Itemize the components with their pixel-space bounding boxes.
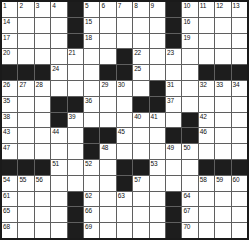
cell-r6c6[interactable] [84,81,99,96]
cell-r12c14[interactable]: 59 [215,176,230,191]
cell-r7c15[interactable] [232,97,247,112]
cell-r14c14[interactable] [215,207,230,222]
clue-number: 44 [52,128,59,136]
clue-number: 40 [134,113,141,121]
clue-number: 55 [19,176,26,184]
cell-r5c10[interactable] [150,65,165,80]
black-cell-r5c3 [35,65,50,80]
cell-r3c15[interactable] [232,34,247,49]
clue-number: 5 [85,2,88,10]
clue-number: 36 [85,97,92,105]
cell-r13c13[interactable] [199,192,214,207]
cell-r9c2[interactable] [18,128,33,143]
cell-r11c4[interactable]: 51 [51,160,66,175]
cell-r5c5[interactable] [68,65,83,80]
cell-r12c5[interactable] [68,176,83,191]
cell-r7c13[interactable] [199,97,214,112]
clue-number: 20 [3,49,10,57]
black-cell-r5c1 [2,65,17,80]
cell-r4c12[interactable] [182,49,197,64]
black-cell-r11c9 [133,160,148,175]
clue-number: 47 [3,144,10,152]
cell-r8c11[interactable] [166,113,181,128]
cell-r14c7[interactable] [100,207,115,222]
cell-r8c15[interactable] [232,113,247,128]
black-cell-r5c2 [18,65,33,80]
cell-r1c4[interactable]: 4 [51,2,66,17]
clue-number: 7 [118,2,121,10]
black-cell-r11c8 [117,160,132,175]
clue-number: 10 [183,2,190,10]
clue-number: 25 [134,65,141,73]
cell-r14c6[interactable]: 66 [84,207,99,222]
clue-number: 45 [118,128,125,136]
cell-r14c12[interactable]: 67 [182,207,197,222]
black-cell-r3c11 [166,34,181,49]
clue-number: 63 [118,192,125,200]
clue-number: 13 [233,2,240,10]
black-cell-r4c8 [117,49,132,64]
cell-r10c2[interactable] [18,144,33,159]
cell-r4c13[interactable] [199,49,214,64]
clue-number: 59 [216,176,223,184]
clue-number: 16 [183,18,190,26]
cell-r8c13[interactable]: 42 [199,113,214,128]
cell-r2c13[interactable] [199,18,214,33]
cell-r4c1[interactable]: 20 [2,49,17,64]
cell-r6c13[interactable]: 32 [199,81,214,96]
clue-number: 66 [85,207,92,215]
black-cell-r6c10 [150,81,165,96]
cell-r2c14[interactable] [215,18,230,33]
cell-r1c7[interactable]: 6 [100,2,115,17]
clue-number: 31 [167,81,174,89]
crossword-board: 1234567891011121314151617181920212223242… [0,0,249,240]
cell-r12c11[interactable] [166,176,181,191]
cell-r2c7[interactable] [100,18,115,33]
black-cell-r10c6 [84,144,99,159]
cell-r3c13[interactable] [199,34,214,49]
cell-r3c7[interactable] [100,34,115,49]
cell-r4c9[interactable]: 22 [133,49,148,64]
clue-number: 62 [85,192,92,200]
cell-r9c4[interactable]: 44 [51,128,66,143]
clue-number: 39 [69,113,76,121]
cell-r7c8[interactable] [117,97,132,112]
cell-r15c3[interactable] [35,223,50,238]
cell-r3c10[interactable] [150,34,165,49]
cell-r4c3[interactable] [35,49,50,64]
clue-number: 54 [3,176,10,184]
clue-number: 8 [134,2,137,10]
cell-r10c5[interactable] [68,144,83,159]
black-cell-r15c5 [68,223,83,238]
clue-number: 28 [36,81,43,89]
cell-r7c6[interactable]: 36 [84,97,99,112]
cell-r1c10[interactable]: 9 [150,2,165,17]
cell-r1c2[interactable]: 2 [18,2,33,17]
cell-r10c15[interactable] [232,144,247,159]
cell-r10c7[interactable]: 48 [100,144,115,159]
black-cell-r11c2 [18,160,33,175]
cell-r11c6[interactable]: 52 [84,160,99,175]
clue-number: 21 [69,49,76,57]
cell-r2c10[interactable] [150,18,165,33]
cell-r15c13[interactable] [199,223,214,238]
cell-r13c8[interactable]: 63 [117,192,132,207]
black-cell-r1c5 [68,2,83,17]
clue-number: 58 [200,176,207,184]
cell-r13c15[interactable] [232,192,247,207]
cell-r12c6[interactable] [84,176,99,191]
clue-number: 38 [3,113,10,121]
cell-r1c14[interactable]: 12 [215,2,230,17]
cell-r8c10[interactable]: 41 [150,113,165,128]
cell-r3c3[interactable] [35,34,50,49]
cell-r7c14[interactable] [215,97,230,112]
cell-r14c8[interactable] [117,207,132,222]
cell-r15c7[interactable] [100,223,115,238]
black-cell-r9c7 [100,128,115,143]
black-cell-r13c5 [68,192,83,207]
black-cell-r9c11 [166,128,181,143]
clue-number: 22 [134,49,141,57]
clue-number: 29 [101,81,108,89]
cell-r10c14[interactable] [215,144,230,159]
cell-r13c4[interactable] [51,192,66,207]
black-cell-r11c1 [2,160,17,175]
cell-r3c8[interactable] [117,34,132,49]
cell-r3c2[interactable] [18,34,33,49]
cell-r2c2[interactable] [18,18,33,33]
cell-r14c4[interactable] [51,207,66,222]
cell-r10c4[interactable] [51,144,66,159]
black-cell-r5c13 [199,65,214,80]
cell-r6c1[interactable]: 26 [2,81,17,96]
cell-r15c12[interactable]: 70 [182,223,197,238]
cell-r15c14[interactable] [215,223,230,238]
cell-r15c15[interactable] [232,223,247,238]
clue-number: 41 [151,113,158,121]
cell-r10c9[interactable] [133,144,148,159]
cell-r2c6[interactable]: 15 [84,18,99,33]
clue-number: 70 [183,223,190,231]
cell-r14c15[interactable] [232,207,247,222]
clue-number: 2 [19,2,22,10]
clue-number: 43 [3,128,10,136]
cell-r13c9[interactable] [133,192,148,207]
black-cell-r11c13 [199,160,214,175]
cell-r7c3[interactable] [35,97,50,112]
clue-number: 67 [183,207,190,215]
cell-r4c14[interactable] [215,49,230,64]
clue-number: 1 [3,2,6,10]
cell-r7c12[interactable] [182,97,197,112]
cell-r9c15[interactable] [232,128,247,143]
cell-r7c1[interactable]: 35 [2,97,17,112]
cell-r14c3[interactable] [35,207,50,222]
cell-r7c2[interactable] [18,97,33,112]
clue-number: 32 [200,81,207,89]
cell-r8c14[interactable] [215,113,230,128]
cell-r14c2[interactable] [18,207,33,222]
black-cell-r3c5 [68,34,83,49]
black-cell-r5c8 [117,65,132,80]
clue-number: 24 [52,65,59,73]
cell-r3c6[interactable]: 18 [84,34,99,49]
clue-number: 4 [52,2,55,10]
cell-r1c12[interactable]: 10 [182,2,197,17]
cell-r10c10[interactable] [150,144,165,159]
cell-r11c10[interactable]: 53 [150,160,165,175]
clue-number: 52 [85,160,92,168]
black-cell-r8c4 [51,113,66,128]
cell-r15c1[interactable]: 68 [2,223,17,238]
cell-r14c13[interactable] [199,207,214,222]
clue-number: 46 [200,128,207,136]
cell-r8c6[interactable] [84,113,99,128]
cell-r13c14[interactable] [215,192,230,207]
black-cell-r11c3 [35,160,50,175]
cell-r4c4[interactable] [51,49,66,64]
cell-r8c2[interactable] [18,113,33,128]
cell-r3c12[interactable]: 19 [182,34,197,49]
black-cell-r14c11 [166,207,181,222]
black-cell-r1c11 [166,2,181,17]
cell-r4c5[interactable]: 21 [68,49,83,64]
clue-number: 23 [167,49,174,57]
cell-r15c8[interactable] [117,223,132,238]
black-cell-r12c8 [117,176,132,191]
clue-number: 26 [3,81,10,89]
cell-r6c2[interactable]: 27 [18,81,33,96]
cell-r2c3[interactable] [35,18,50,33]
cell-r8c3[interactable] [35,113,50,128]
cell-r4c7[interactable] [100,49,115,64]
cell-r12c2[interactable]: 55 [18,176,33,191]
clue-number: 6 [101,2,104,10]
cell-r15c6[interactable]: 69 [84,223,99,238]
cell-r1c6[interactable]: 5 [84,2,99,17]
clue-number: 14 [3,18,10,26]
cell-r4c2[interactable] [18,49,33,64]
cell-r10c12[interactable]: 50 [182,144,197,159]
cell-r7c7[interactable] [100,97,115,112]
black-cell-r9c6 [84,128,99,143]
clue-number: 34 [233,81,240,89]
cell-r15c4[interactable] [51,223,66,238]
clue-number: 64 [183,192,190,200]
cell-r6c3[interactable]: 28 [35,81,50,96]
black-cell-r2c5 [68,18,83,33]
cell-r2c9[interactable] [133,18,148,33]
cell-r12c10[interactable] [150,176,165,191]
clue-number: 15 [85,18,92,26]
cell-r2c12[interactable]: 16 [182,18,197,33]
black-cell-r5c15 [232,65,247,80]
cell-r1c13[interactable]: 11 [199,2,214,17]
cell-r9c8[interactable]: 45 [117,128,132,143]
cell-r6c12[interactable] [182,81,197,96]
cell-r6c7[interactable]: 29 [100,81,115,96]
cell-r6c14[interactable]: 33 [215,81,230,96]
cell-r10c8[interactable] [117,144,132,159]
cell-r12c1[interactable]: 54 [2,176,17,191]
cell-r8c9[interactable]: 40 [133,113,148,128]
cell-r11c11[interactable] [166,160,181,175]
clue-number: 61 [3,192,10,200]
cell-r10c13[interactable] [199,144,214,159]
black-cell-r13c11 [166,192,181,207]
black-cell-r5c7 [100,65,115,80]
clue-number: 50 [183,144,190,152]
cell-r14c10[interactable] [150,207,165,222]
cell-r8c7[interactable] [100,113,115,128]
cell-r13c10[interactable] [150,192,165,207]
cell-r11c7[interactable] [100,160,115,175]
clue-number: 56 [36,176,43,184]
cell-r14c1[interactable]: 65 [2,207,17,222]
clue-number: 33 [216,81,223,89]
clue-number: 65 [3,207,10,215]
clue-number: 69 [85,223,92,231]
cell-r2c15[interactable] [232,18,247,33]
cell-r8c5[interactable]: 39 [68,113,83,128]
cell-r4c10[interactable] [150,49,165,64]
clue-number: 19 [183,34,190,42]
cell-r13c7[interactable] [100,192,115,207]
cell-r1c1[interactable]: 1 [2,2,17,17]
cell-r2c8[interactable] [117,18,132,33]
black-cell-r7c4 [51,97,66,112]
cell-r8c1[interactable]: 38 [2,113,17,128]
cell-r9c5[interactable] [68,128,83,143]
clue-number: 53 [151,160,158,168]
cell-r6c9[interactable] [133,81,148,96]
cell-r5c4[interactable]: 24 [51,65,66,80]
cell-r5c6[interactable] [84,65,99,80]
clue-number: 30 [118,81,125,89]
cell-r2c4[interactable] [51,18,66,33]
cell-r15c9[interactable] [133,223,148,238]
cell-r13c6[interactable]: 62 [84,192,99,207]
cell-r9c14[interactable] [215,128,230,143]
clue-number: 60 [233,176,240,184]
cell-r3c9[interactable] [133,34,148,49]
cell-r12c13[interactable]: 58 [199,176,214,191]
clue-number: 37 [167,97,174,105]
black-cell-r7c5 [68,97,83,112]
cell-r12c12[interactable] [182,176,197,191]
cell-r13c3[interactable] [35,192,50,207]
cell-r13c12[interactable]: 64 [182,192,197,207]
cell-r4c15[interactable] [232,49,247,64]
cell-r6c4[interactable] [51,81,66,96]
black-cell-r15c11 [166,223,181,238]
clue-number: 48 [101,144,108,152]
cell-r9c1[interactable]: 43 [2,128,17,143]
black-cell-r8c12 [182,113,197,128]
cell-r15c10[interactable] [150,223,165,238]
cell-r9c13[interactable]: 46 [199,128,214,143]
clue-number: 11 [200,2,206,10]
black-cell-r11c14 [215,160,230,175]
black-cell-r7c9 [133,97,148,112]
cell-r7c11[interactable]: 37 [166,97,181,112]
cell-r3c4[interactable] [51,34,66,49]
cell-r5c9[interactable]: 25 [133,65,148,80]
cell-r6c8[interactable]: 30 [117,81,132,96]
cell-r12c9[interactable]: 57 [133,176,148,191]
clue-number: 18 [85,34,92,42]
clue-number: 12 [216,2,223,10]
cell-r5c11[interactable] [166,65,181,80]
black-cell-r9c12 [182,128,197,143]
cell-r4c11[interactable]: 23 [166,49,181,64]
cell-r5c12[interactable] [182,65,197,80]
clue-number: 27 [19,81,26,89]
cell-r9c9[interactable] [133,128,148,143]
black-cell-r14c5 [68,207,83,222]
cell-r12c3[interactable]: 56 [35,176,50,191]
cell-r15c2[interactable] [18,223,33,238]
black-cell-r5c14 [215,65,230,80]
cell-r11c12[interactable] [182,160,197,175]
cell-r6c5[interactable] [68,81,83,96]
cell-r3c14[interactable] [215,34,230,49]
cell-r11c5[interactable] [68,160,83,175]
clue-number: 51 [52,160,59,168]
cell-r13c1[interactable]: 61 [2,192,17,207]
cell-r13c2[interactable] [18,192,33,207]
clue-number: 49 [167,144,174,152]
cell-r1c9[interactable]: 8 [133,2,148,17]
clue-number: 9 [151,2,154,10]
cell-r1c15[interactable]: 13 [232,2,247,17]
cell-r9c10[interactable] [150,128,165,143]
cell-r4c6[interactable] [84,49,99,64]
cell-r12c7[interactable] [100,176,115,191]
cell-r1c8[interactable]: 7 [117,2,132,17]
cell-r8c8[interactable] [117,113,132,128]
clue-number: 57 [134,176,141,184]
clue-number: 35 [3,97,10,105]
cell-r12c4[interactable] [51,176,66,191]
clue-number: 68 [3,223,10,231]
clue-number: 17 [3,34,10,42]
clue-number: 42 [200,113,207,121]
cell-r10c1[interactable]: 47 [2,144,17,159]
cell-r12c15[interactable]: 60 [232,176,247,191]
cell-r6c15[interactable]: 34 [232,81,247,96]
cell-r2c1[interactable]: 14 [2,18,17,33]
black-cell-r11c15 [232,160,247,175]
cell-r10c11[interactable]: 49 [166,144,181,159]
cell-r10c3[interactable] [35,144,50,159]
cell-r3c1[interactable]: 17 [2,34,17,49]
cell-r14c9[interactable] [133,207,148,222]
cell-r6c11[interactable]: 31 [166,81,181,96]
black-cell-r7c10 [150,97,165,112]
cell-r9c3[interactable] [35,128,50,143]
clue-number: 3 [36,2,39,10]
cell-r1c3[interactable]: 3 [35,2,50,17]
black-cell-r2c11 [166,18,181,33]
